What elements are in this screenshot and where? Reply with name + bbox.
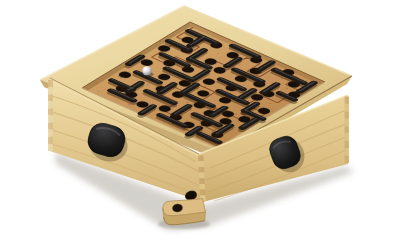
finger-joint-left-corner bbox=[48, 80, 53, 87]
finger-joint-left-corner bbox=[48, 144, 53, 151]
finger-joint-left-corner bbox=[48, 137, 53, 144]
finger-joint-right-corner bbox=[345, 119, 350, 126]
finger-joint-front-corner bbox=[200, 190, 206, 196]
finger-joint-front-corner bbox=[198, 161, 204, 167]
finger-joint-front-corner bbox=[199, 184, 205, 190]
finger-joint-right-corner bbox=[345, 141, 350, 148]
ball-highlight bbox=[144, 68, 147, 71]
finger-joint-right-corner bbox=[345, 111, 350, 118]
labyrinth-game-photo bbox=[0, 0, 400, 240]
finger-joint-front-corner bbox=[198, 156, 204, 162]
finger-joint-right-corner bbox=[345, 126, 350, 133]
finger-joint-front-corner bbox=[199, 178, 205, 184]
finger-joint-left-corner bbox=[48, 108, 53, 115]
finger-joint-right-corner bbox=[345, 133, 350, 140]
finger-joint-right-corner bbox=[345, 104, 350, 111]
finger-joint-front-corner bbox=[199, 167, 205, 173]
finger-joint-right-corner bbox=[345, 148, 350, 155]
finger-joint-left-corner bbox=[48, 123, 53, 130]
finger-joint-right-corner bbox=[345, 97, 350, 104]
scene bbox=[0, 0, 400, 240]
finger-joint-front-corner bbox=[199, 173, 205, 179]
steel-ball bbox=[142, 66, 151, 75]
finger-joint-left-corner bbox=[48, 116, 53, 123]
finger-joint-left-corner bbox=[48, 94, 53, 101]
finger-joint-right-corner bbox=[345, 156, 350, 163]
finger-joint-left-corner bbox=[48, 87, 53, 94]
finger-joint-left-corner bbox=[48, 101, 53, 108]
finger-joint-left-corner bbox=[48, 130, 53, 137]
